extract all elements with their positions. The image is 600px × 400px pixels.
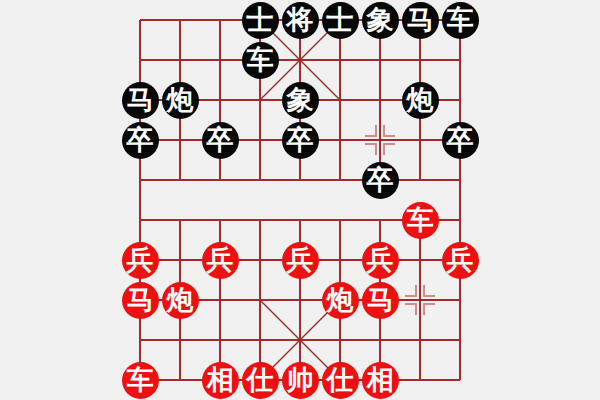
black-advisor[interactable]: 士 (242, 2, 279, 39)
red-cannon[interactable]: 炮 (162, 282, 199, 319)
black-cannon[interactable]: 炮 (402, 82, 439, 119)
last-move-marker (365, 125, 395, 155)
black-horse[interactable]: 马 (122, 82, 159, 119)
black-soldier[interactable]: 卒 (362, 162, 399, 199)
black-soldier[interactable]: 卒 (442, 122, 479, 159)
red-chariot[interactable]: 车 (122, 362, 159, 399)
red-horse[interactable]: 马 (122, 282, 159, 319)
red-soldier[interactable]: 兵 (442, 242, 479, 279)
marker-corner-tr (423, 285, 435, 297)
red-elephant[interactable]: 相 (202, 362, 239, 399)
black-king[interactable]: 将 (282, 2, 319, 39)
marker-corner-bl (405, 303, 417, 315)
red-horse[interactable]: 马 (362, 282, 399, 319)
black-cannon[interactable]: 炮 (162, 82, 199, 119)
xiangqi-board: 士将士象马车车马炮象炮卒卒卒卒卒车兵兵兵兵兵马炮炮马车相仕帅仕相 (0, 0, 600, 400)
last-move-marker (405, 285, 435, 315)
red-advisor[interactable]: 仕 (242, 362, 279, 399)
marker-corner-tl (365, 125, 377, 137)
red-king[interactable]: 帅 (282, 362, 319, 399)
red-soldier[interactable]: 兵 (362, 242, 399, 279)
marker-corner-br (423, 303, 435, 315)
black-soldier[interactable]: 卒 (202, 122, 239, 159)
red-elephant[interactable]: 相 (362, 362, 399, 399)
marker-corner-tl (405, 285, 417, 297)
black-elephant[interactable]: 象 (362, 2, 399, 39)
black-elephant[interactable]: 象 (282, 82, 319, 119)
black-advisor[interactable]: 士 (322, 2, 359, 39)
black-soldier[interactable]: 卒 (282, 122, 319, 159)
board-points: 士将士象马车车马炮象炮卒卒卒卒卒车兵兵兵兵兵马炮炮马车相仕帅仕相 (120, 0, 480, 400)
black-chariot[interactable]: 车 (442, 2, 479, 39)
red-chariot[interactable]: 车 (402, 202, 439, 239)
marker-corner-br (383, 143, 395, 155)
black-soldier[interactable]: 卒 (122, 122, 159, 159)
red-soldier[interactable]: 兵 (122, 242, 159, 279)
black-chariot[interactable]: 车 (242, 42, 279, 79)
red-advisor[interactable]: 仕 (322, 362, 359, 399)
red-soldier[interactable]: 兵 (282, 242, 319, 279)
red-soldier[interactable]: 兵 (202, 242, 239, 279)
marker-corner-bl (365, 143, 377, 155)
red-cannon[interactable]: 炮 (322, 282, 359, 319)
marker-corner-tr (383, 125, 395, 137)
black-horse[interactable]: 马 (402, 2, 439, 39)
